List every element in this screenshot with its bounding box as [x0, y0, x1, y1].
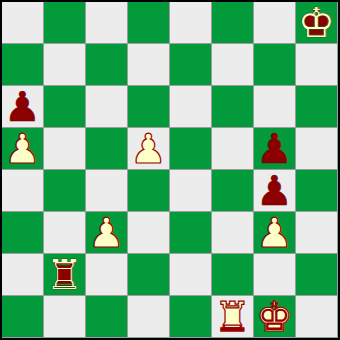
square-f3[interactable]: [212, 212, 254, 254]
chess-board: ♚♔♟♟♟♟♟♟♟♜♖♜♚: [0, 0, 340, 340]
black-king-detail-icon: ♔: [296, 2, 337, 44]
square-h5[interactable]: [296, 128, 338, 170]
square-f1[interactable]: ♜: [212, 296, 254, 338]
square-e8[interactable]: [170, 2, 212, 44]
black-pawn-icon: ♟: [254, 170, 295, 212]
square-a7[interactable]: [2, 44, 44, 86]
square-h8[interactable]: ♚♔: [296, 2, 338, 44]
square-d2[interactable]: [128, 254, 170, 296]
square-b1[interactable]: [44, 296, 86, 338]
square-h3[interactable]: [296, 212, 338, 254]
square-c6[interactable]: [86, 86, 128, 128]
square-g4[interactable]: ♟: [254, 170, 296, 212]
square-c2[interactable]: [86, 254, 128, 296]
square-e6[interactable]: [170, 86, 212, 128]
square-e4[interactable]: [170, 170, 212, 212]
square-d3[interactable]: [128, 212, 170, 254]
square-e5[interactable]: [170, 128, 212, 170]
white-pawn-icon: ♟: [128, 128, 169, 170]
square-b6[interactable]: [44, 86, 86, 128]
square-a4[interactable]: [2, 170, 44, 212]
square-g5[interactable]: ♟: [254, 128, 296, 170]
black-rook-icon: ♜♖: [44, 254, 85, 296]
square-g1[interactable]: ♚: [254, 296, 296, 338]
black-king-icon: ♚♔: [296, 2, 337, 44]
square-d6[interactable]: [128, 86, 170, 128]
black-pawn-icon: ♟: [254, 128, 295, 170]
square-f6[interactable]: [212, 86, 254, 128]
square-g7[interactable]: [254, 44, 296, 86]
square-h2[interactable]: [296, 254, 338, 296]
square-c7[interactable]: [86, 44, 128, 86]
black-rook-detail-icon: ♖: [44, 254, 85, 296]
square-d1[interactable]: [128, 296, 170, 338]
square-a8[interactable]: [2, 2, 44, 44]
square-c4[interactable]: [86, 170, 128, 212]
square-h1[interactable]: [296, 296, 338, 338]
square-f5[interactable]: [212, 128, 254, 170]
square-g8[interactable]: [254, 2, 296, 44]
white-pawn-icon: ♟: [2, 128, 43, 170]
square-f2[interactable]: [212, 254, 254, 296]
square-a6[interactable]: ♟: [2, 86, 44, 128]
square-c5[interactable]: [86, 128, 128, 170]
square-c8[interactable]: [86, 2, 128, 44]
square-d8[interactable]: [128, 2, 170, 44]
white-pawn-icon: ♟: [254, 212, 295, 254]
square-b5[interactable]: [44, 128, 86, 170]
square-e3[interactable]: [170, 212, 212, 254]
white-rook-icon: ♜: [212, 296, 253, 338]
square-b7[interactable]: [44, 44, 86, 86]
square-f8[interactable]: [212, 2, 254, 44]
square-a1[interactable]: [2, 296, 44, 338]
square-e7[interactable]: [170, 44, 212, 86]
square-g6[interactable]: [254, 86, 296, 128]
square-g2[interactable]: [254, 254, 296, 296]
square-b4[interactable]: [44, 170, 86, 212]
square-d5[interactable]: ♟: [128, 128, 170, 170]
square-b3[interactable]: [44, 212, 86, 254]
square-a5[interactable]: ♟: [2, 128, 44, 170]
square-b2[interactable]: ♜♖: [44, 254, 86, 296]
square-c3[interactable]: ♟: [86, 212, 128, 254]
square-d4[interactable]: [128, 170, 170, 212]
black-pawn-icon: ♟: [2, 86, 43, 128]
square-d7[interactable]: [128, 44, 170, 86]
square-e1[interactable]: [170, 296, 212, 338]
square-h7[interactable]: [296, 44, 338, 86]
square-b8[interactable]: [44, 2, 86, 44]
square-c1[interactable]: [86, 296, 128, 338]
white-pawn-icon: ♟: [86, 212, 127, 254]
square-f7[interactable]: [212, 44, 254, 86]
square-h6[interactable]: [296, 86, 338, 128]
square-h4[interactable]: [296, 170, 338, 212]
square-a2[interactable]: [2, 254, 44, 296]
square-e2[interactable]: [170, 254, 212, 296]
square-a3[interactable]: [2, 212, 44, 254]
white-king-icon: ♚: [254, 296, 295, 338]
square-f4[interactable]: [212, 170, 254, 212]
square-g3[interactable]: ♟: [254, 212, 296, 254]
